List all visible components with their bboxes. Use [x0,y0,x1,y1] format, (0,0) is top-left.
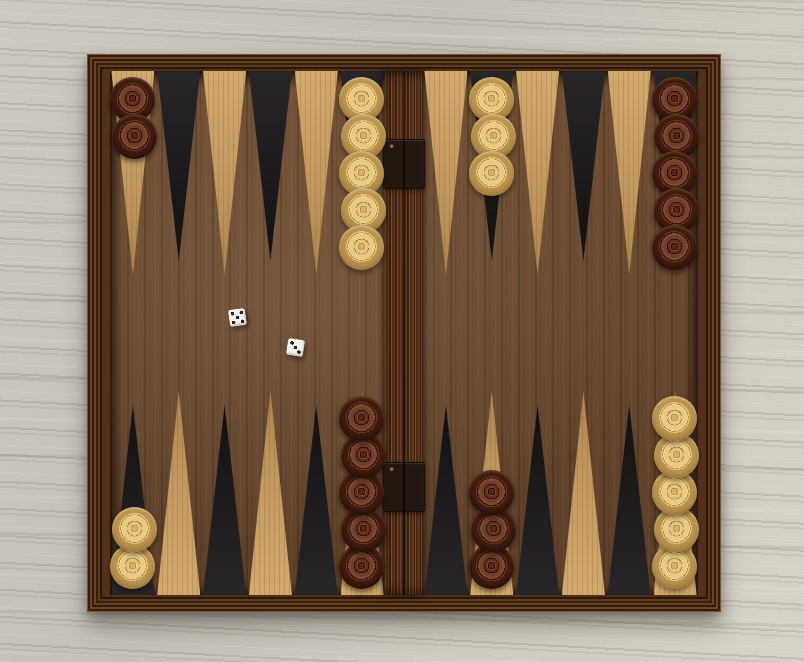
hinge-top-icon [383,139,425,189]
left-bottom-row [110,380,385,595]
point-top-7[interactable] [423,71,469,286]
checker-dark[interactable] [339,396,384,441]
point-triangle [608,405,651,595]
point-top-6[interactable] [339,71,385,286]
point-bottom-8[interactable] [469,380,515,595]
point-bottom-12[interactable] [652,380,698,595]
die-1[interactable] [228,308,247,327]
point-triangle [424,405,467,595]
stack-bottom-12 [651,396,699,589]
right-half [423,71,698,595]
point-triangle [157,391,200,595]
point-triangle [203,405,246,595]
point-bottom-11[interactable] [606,380,652,595]
backgammon-board [87,54,721,612]
playing-field [110,71,698,595]
center-bar [385,71,423,595]
point-triangle [516,71,559,275]
left-half [110,71,385,595]
point-triangle [249,71,292,261]
point-bottom-1[interactable] [110,380,156,595]
hinge-bottom-icon [383,462,425,512]
checker-light[interactable] [652,396,697,441]
point-triangle [562,71,605,261]
point-triangle [249,391,292,595]
table-surface [0,0,804,662]
checker-light[interactable] [339,225,384,270]
point-top-8[interactable] [469,71,515,286]
stack-bottom-8 [468,470,516,589]
point-top-1[interactable] [110,71,156,286]
point-top-5[interactable] [293,71,339,286]
point-top-3[interactable] [202,71,248,286]
point-top-2[interactable] [156,71,202,286]
point-top-9[interactable] [515,71,561,286]
checker-dark[interactable] [469,470,514,515]
point-bottom-9[interactable] [515,380,561,595]
stack-top-6 [338,77,386,270]
point-bottom-10[interactable] [560,380,606,595]
stack-top-8 [468,77,516,196]
stack-top-12 [651,77,699,270]
checker-light[interactable] [469,151,514,196]
checker-dark[interactable] [112,114,157,159]
point-bottom-2[interactable] [156,380,202,595]
point-triangle [295,71,338,275]
point-triangle [157,71,200,261]
point-triangle [516,405,559,595]
stack-bottom-6 [338,396,386,589]
point-triangle [203,71,246,275]
point-top-10[interactable] [560,71,606,286]
die-2[interactable] [286,338,305,357]
point-bottom-6[interactable] [339,380,385,595]
point-top-11[interactable] [606,71,652,286]
point-triangle [608,71,651,275]
checker-light[interactable] [112,507,157,552]
point-bottom-3[interactable] [202,380,248,595]
point-triangle [424,71,467,275]
stack-bottom-1 [109,507,157,589]
right-top-row [423,71,698,286]
stack-top-1 [109,77,157,159]
point-top-4[interactable] [247,71,293,286]
point-bottom-5[interactable] [293,380,339,595]
point-top-12[interactable] [652,71,698,286]
point-triangle [295,405,338,595]
checker-dark[interactable] [652,225,697,270]
right-bottom-row [423,380,698,595]
left-top-row [110,71,385,286]
point-triangle [562,391,605,595]
point-bottom-4[interactable] [247,380,293,595]
point-bottom-7[interactable] [423,380,469,595]
